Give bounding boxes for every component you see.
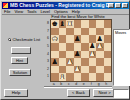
white-pawn-g5[interactable]: ♟ (96, 42, 104, 50)
maximize-button[interactable]: □ (115, 3, 121, 8)
close-button[interactable]: × (122, 3, 128, 8)
menu-item-tools[interactable]: Tools (27, 9, 36, 15)
square-b5[interactable] (59, 43, 67, 51)
square-g8[interactable] (96, 20, 104, 28)
square-a2[interactable] (51, 66, 59, 74)
square-b3[interactable] (59, 58, 67, 66)
square-f4[interactable]: ♟ (89, 51, 97, 59)
square-g4[interactable] (96, 51, 104, 59)
rank-label-7: 7 (44, 28, 49, 36)
square-e2[interactable] (81, 66, 89, 74)
square-g1[interactable] (96, 73, 104, 81)
square-c2[interactable] (66, 66, 74, 74)
radio-icon[interactable] (8, 38, 11, 41)
menu-item-view[interactable]: View (14, 9, 23, 15)
square-g2[interactable] (96, 66, 104, 74)
square-c8[interactable]: ♜ (66, 20, 74, 28)
square-e3[interactable] (81, 58, 89, 66)
square-a6[interactable]: ♚ (51, 35, 59, 43)
square-c1[interactable] (66, 73, 74, 81)
minimize-button[interactable]: _ (108, 3, 114, 8)
menu-item-file[interactable]: File (4, 9, 10, 15)
board-grid: ♚♝♜♚♟♟♟♟♟♟♟♟♟♝ (50, 19, 112, 82)
square-h8[interactable] (104, 20, 112, 28)
black-bishop-b8[interactable]: ♝ (59, 20, 67, 28)
status-box[interactable] (113, 89, 129, 98)
rank-label-3: 3 (44, 58, 49, 66)
square-d2[interactable]: ♟ (74, 66, 82, 74)
square-h7[interactable] (104, 28, 112, 36)
square-b1[interactable]: ♝ (59, 73, 67, 81)
back-button[interactable]: < Back (67, 89, 90, 97)
square-c3[interactable]: ♟ (66, 58, 74, 66)
white-pawn-d2[interactable]: ♟ (74, 65, 82, 73)
rank-labels: 87654321 (44, 20, 49, 81)
square-h1[interactable] (104, 73, 112, 81)
rank-label-2: 2 (44, 66, 49, 74)
square-c7[interactable] (66, 28, 74, 36)
puzzle-list-selector[interactable]: Checkmate List (8, 37, 40, 42)
square-h3[interactable] (104, 58, 112, 66)
square-d6[interactable]: ♟ (74, 35, 82, 43)
rank-label-6: 6 (44, 35, 49, 43)
square-f8[interactable] (89, 20, 97, 28)
white-bishop-b1[interactable]: ♝ (59, 73, 67, 81)
move-list-header: Moves (114, 30, 129, 35)
square-f7[interactable] (89, 28, 97, 36)
black-pawn-d6[interactable]: ♟ (74, 35, 82, 43)
square-f1[interactable] (89, 73, 97, 81)
move-list[interactable]: Moves (113, 29, 130, 86)
black-pawn-d4[interactable]: ♟ (74, 50, 82, 58)
rank-label-8: 8 (44, 20, 49, 28)
square-d4[interactable]: ♟ (74, 51, 82, 59)
square-d1[interactable] (74, 73, 82, 81)
square-b7[interactable] (59, 28, 67, 36)
square-a5[interactable] (51, 43, 59, 51)
rank-label-1: 1 (44, 73, 49, 81)
square-a1[interactable] (51, 73, 59, 81)
square-e5[interactable] (81, 43, 89, 51)
new-button[interactable] (11, 47, 31, 54)
square-b8[interactable]: ♝ (59, 20, 67, 28)
square-g5[interactable]: ♟ (96, 43, 104, 51)
square-d8[interactable] (74, 20, 82, 28)
rank-label-5: 5 (44, 43, 49, 51)
square-h6[interactable] (104, 35, 112, 43)
hint-button[interactable]: Hint (11, 57, 28, 64)
square-e6[interactable] (81, 35, 89, 43)
square-g3[interactable] (96, 58, 104, 66)
app-window: MB Chess Puzzles - Registered to Craig D… (0, 0, 130, 100)
square-b6[interactable] (59, 35, 67, 43)
black-pawn-a3[interactable]: ♟ (51, 58, 59, 66)
square-f3[interactable] (89, 58, 97, 66)
black-king-a8[interactable]: ♚ (51, 20, 59, 28)
square-h2[interactable] (104, 66, 112, 74)
square-h5[interactable] (104, 43, 112, 51)
square-e8[interactable] (81, 20, 89, 28)
square-c5[interactable] (66, 43, 74, 51)
help-button[interactable]: Help (4, 89, 28, 97)
square-e1[interactable] (81, 73, 89, 81)
square-e4[interactable] (81, 51, 89, 59)
rank-label-4: 4 (44, 51, 49, 59)
square-c6[interactable] (66, 35, 74, 43)
white-rook-c8[interactable]: ♜ (66, 20, 74, 28)
square-b4[interactable] (59, 51, 67, 59)
white-pawn-f4[interactable]: ♟ (89, 50, 97, 58)
white-pawn-c3[interactable]: ♟ (66, 58, 74, 66)
puzzle-list-label: Checkmate List (13, 37, 41, 42)
square-f2[interactable] (89, 66, 97, 74)
square-a8[interactable]: ♚ (51, 20, 59, 28)
square-e7[interactable] (81, 28, 89, 36)
white-king-a6[interactable]: ♚ (51, 35, 59, 43)
app-icon (3, 3, 8, 8)
solution-button[interactable]: Solution (9, 69, 31, 76)
square-h4[interactable] (104, 51, 112, 59)
square-a3[interactable]: ♟ (51, 58, 59, 66)
divider (44, 86, 112, 88)
